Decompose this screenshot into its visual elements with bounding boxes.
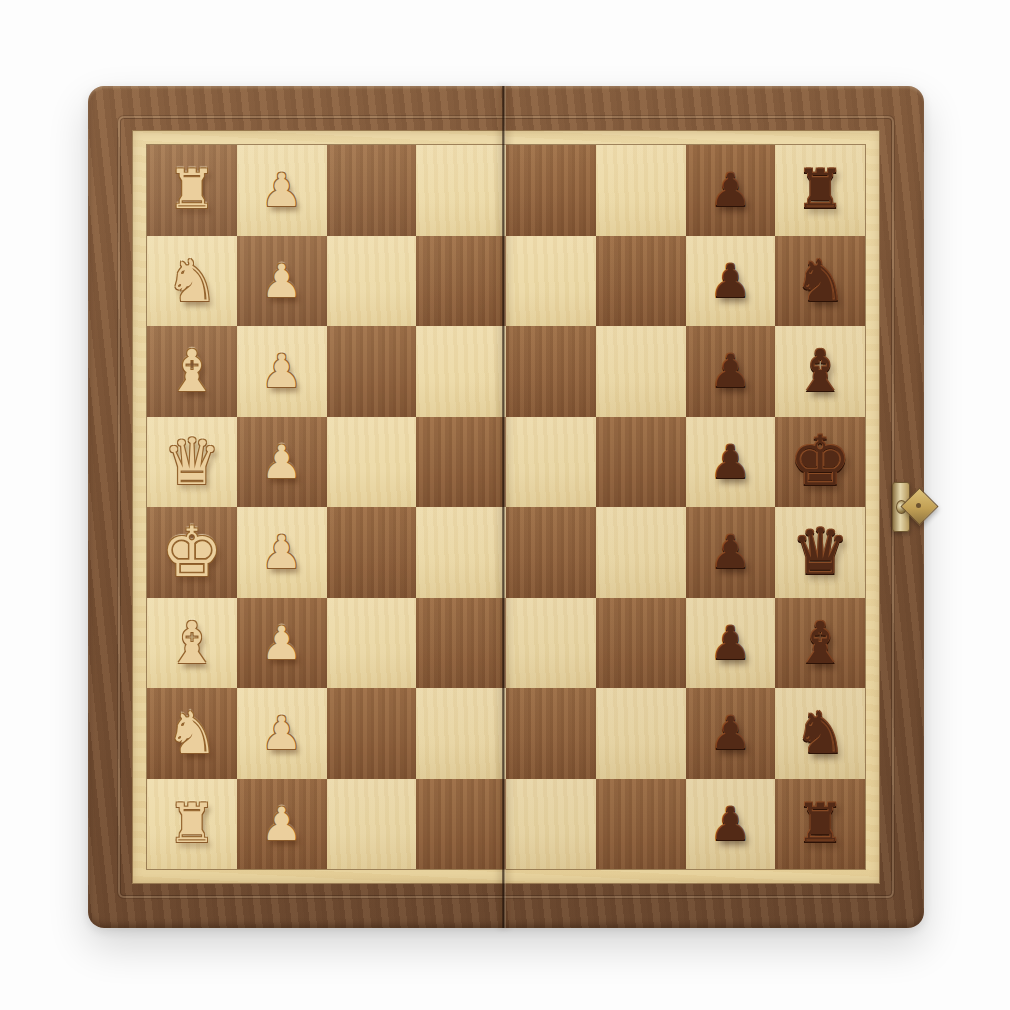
square-r4c3 xyxy=(327,417,417,508)
piece-black-pawn: ♟ xyxy=(710,439,751,485)
square-r4c6 xyxy=(596,417,686,508)
square-r3c2: ♟ xyxy=(237,326,327,417)
square-r1c1: ♜ xyxy=(147,145,237,236)
square-r7c7: ♟ xyxy=(686,688,776,779)
square-r2c7: ♟ xyxy=(686,236,776,327)
square-r6c3 xyxy=(327,598,417,689)
square-r6c1: ♝ xyxy=(147,598,237,689)
square-r8c4 xyxy=(416,779,506,870)
square-r4c5 xyxy=(506,417,596,508)
piece-white-knight: ♞ xyxy=(166,252,218,310)
piece-white-pawn: ♟ xyxy=(261,439,302,485)
chess-board: ♜♟♟♜♞♟♟♞♝♟♟♝♛♟♟♚♚♟♟♛♝♟♟♝♞♟♟♞♜♟♟♜ xyxy=(88,86,924,928)
square-r3c6 xyxy=(596,326,686,417)
checkerboard: ♜♟♟♜♞♟♟♞♝♟♟♝♛♟♟♚♚♟♟♛♝♟♟♝♞♟♟♞♜♟♟♜ xyxy=(146,144,866,870)
piece-white-bishop: ♝ xyxy=(166,342,218,400)
square-r5c5 xyxy=(506,507,596,598)
piece-black-pawn: ♟ xyxy=(710,167,751,213)
square-r2c2: ♟ xyxy=(237,236,327,327)
piece-black-rook: ♜ xyxy=(796,797,844,851)
brass-clasp xyxy=(886,476,942,538)
piece-black-bishop: ♝ xyxy=(794,342,846,400)
square-r7c8: ♞ xyxy=(775,688,865,779)
square-r5c7: ♟ xyxy=(686,507,776,598)
square-r1c2: ♟ xyxy=(237,145,327,236)
square-r8c7: ♟ xyxy=(686,779,776,870)
square-r8c3 xyxy=(327,779,417,870)
square-r1c7: ♟ xyxy=(686,145,776,236)
piece-white-bishop: ♝ xyxy=(166,614,218,672)
square-r1c4 xyxy=(416,145,506,236)
piece-black-king: ♚ xyxy=(789,427,851,496)
square-r5c4 xyxy=(416,507,506,598)
square-r2c8: ♞ xyxy=(775,236,865,327)
square-r4c4 xyxy=(416,417,506,508)
square-r3c7: ♟ xyxy=(686,326,776,417)
square-r7c3 xyxy=(327,688,417,779)
piece-white-queen: ♛ xyxy=(163,430,220,494)
square-r7c1: ♞ xyxy=(147,688,237,779)
square-r7c4 xyxy=(416,688,506,779)
piece-white-rook: ♜ xyxy=(168,797,216,851)
square-r2c1: ♞ xyxy=(147,236,237,327)
clasp-pin xyxy=(916,503,921,508)
square-r4c1: ♛ xyxy=(147,417,237,508)
square-r1c3 xyxy=(327,145,417,236)
square-r1c5 xyxy=(506,145,596,236)
piece-black-knight: ♞ xyxy=(794,252,846,310)
piece-black-pawn: ♟ xyxy=(710,348,751,394)
square-r3c1: ♝ xyxy=(147,326,237,417)
piece-white-pawn: ♟ xyxy=(261,258,302,304)
square-r6c6 xyxy=(596,598,686,689)
square-r8c5 xyxy=(506,779,596,870)
piece-white-pawn: ♟ xyxy=(261,620,302,666)
piece-white-pawn: ♟ xyxy=(261,529,302,575)
square-r3c3 xyxy=(327,326,417,417)
piece-white-pawn: ♟ xyxy=(261,801,302,847)
square-r5c6 xyxy=(596,507,686,598)
square-r8c6 xyxy=(596,779,686,870)
square-r6c5 xyxy=(506,598,596,689)
square-r4c2: ♟ xyxy=(237,417,327,508)
square-r2c6 xyxy=(596,236,686,327)
piece-white-pawn: ♟ xyxy=(261,167,302,213)
square-r3c4 xyxy=(416,326,506,417)
square-r6c7: ♟ xyxy=(686,598,776,689)
piece-black-rook: ♜ xyxy=(796,163,844,217)
piece-black-pawn: ♟ xyxy=(710,529,751,575)
square-r5c2: ♟ xyxy=(237,507,327,598)
piece-black-knight: ♞ xyxy=(794,704,846,762)
square-r2c5 xyxy=(506,236,596,327)
square-r8c2: ♟ xyxy=(237,779,327,870)
piece-white-pawn: ♟ xyxy=(261,710,302,756)
piece-black-pawn: ♟ xyxy=(710,801,751,847)
piece-black-bishop: ♝ xyxy=(794,614,846,672)
fold-seam xyxy=(502,86,506,928)
square-r4c8: ♚ xyxy=(775,417,865,508)
piece-black-pawn: ♟ xyxy=(710,258,751,304)
square-r7c2: ♟ xyxy=(237,688,327,779)
piece-black-queen: ♛ xyxy=(791,520,848,584)
square-r3c8: ♝ xyxy=(775,326,865,417)
piece-white-king: ♚ xyxy=(161,518,223,587)
piece-black-pawn: ♟ xyxy=(710,710,751,756)
square-r5c1: ♚ xyxy=(147,507,237,598)
square-r3c5 xyxy=(506,326,596,417)
square-r2c3 xyxy=(327,236,417,327)
square-r6c2: ♟ xyxy=(237,598,327,689)
square-r6c8: ♝ xyxy=(775,598,865,689)
product-photo-stage: ♜♟♟♜♞♟♟♞♝♟♟♝♛♟♟♚♚♟♟♛♝♟♟♝♞♟♟♞♜♟♟♜ xyxy=(0,0,1010,1010)
piece-white-pawn: ♟ xyxy=(261,348,302,394)
square-r1c6 xyxy=(596,145,686,236)
square-r5c3 xyxy=(327,507,417,598)
square-r7c5 xyxy=(506,688,596,779)
square-r2c4 xyxy=(416,236,506,327)
square-r6c4 xyxy=(416,598,506,689)
square-r8c1: ♜ xyxy=(147,779,237,870)
square-r4c7: ♟ xyxy=(686,417,776,508)
piece-white-rook: ♜ xyxy=(168,163,216,217)
square-r1c8: ♜ xyxy=(775,145,865,236)
square-r5c8: ♛ xyxy=(775,507,865,598)
square-r7c6 xyxy=(596,688,686,779)
square-r8c8: ♜ xyxy=(775,779,865,870)
piece-white-knight: ♞ xyxy=(166,704,218,762)
piece-black-pawn: ♟ xyxy=(710,620,751,666)
